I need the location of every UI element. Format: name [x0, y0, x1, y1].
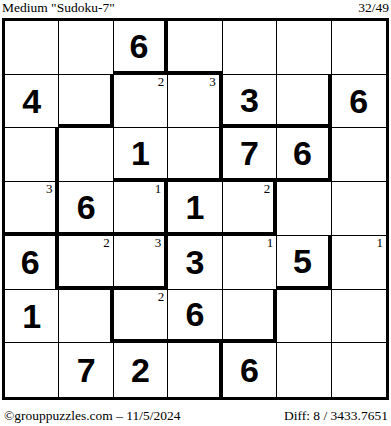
cell-r6c5[interactable] — [277, 343, 331, 397]
cell-r0c6[interactable] — [332, 21, 386, 75]
cell-value: 3 — [186, 245, 205, 279]
cell-value: 6 — [130, 29, 149, 63]
cell-value: 7 — [240, 136, 259, 170]
cell-r1c0[interactable]: 4 — [5, 75, 59, 129]
cell-value: 1 — [22, 299, 41, 333]
cell-r2c1[interactable] — [59, 128, 113, 182]
cell-r3c0[interactable]: 3 — [5, 182, 59, 236]
cell-r5c4[interactable] — [223, 290, 277, 344]
cell-r0c4[interactable] — [223, 21, 277, 75]
pencil-mark: 2 — [158, 75, 165, 89]
pencil-mark: 2 — [264, 182, 271, 196]
cell-r5c6[interactable] — [332, 290, 386, 344]
cell-r4c4[interactable]: 1 — [223, 236, 277, 290]
cell-r6c3[interactable] — [168, 343, 222, 397]
cell-value: 2 — [131, 353, 150, 387]
sudoku-board: 642336176361126233151126726 — [2, 18, 389, 400]
cell-r5c2[interactable]: 2 — [114, 290, 168, 344]
cell-r2c6[interactable] — [332, 128, 386, 182]
cell-r1c1[interactable] — [59, 75, 113, 129]
cell-value: 1 — [131, 136, 150, 170]
footer: ©grouppuzzles.com – 11/5/2024 Diff: 8 / … — [4, 407, 388, 423]
cell-r3c2[interactable]: 1 — [114, 182, 168, 236]
pencil-mark: 2 — [158, 290, 165, 304]
cell-r0c3[interactable] — [168, 21, 222, 75]
pencil-mark: 3 — [209, 75, 216, 89]
cell-r3c3[interactable]: 1 — [168, 182, 222, 236]
puzzle-title: Medium "Sudoku-7" — [2, 0, 115, 15]
cell-r6c4[interactable]: 6 — [223, 343, 277, 397]
cell-r6c0[interactable] — [5, 343, 59, 397]
pencil-mark: 1 — [376, 236, 383, 250]
cell-value: 6 — [186, 297, 205, 331]
cell-value: 7 — [77, 353, 96, 387]
cell-r5c5[interactable] — [277, 290, 331, 344]
cell-r4c3[interactable]: 3 — [168, 236, 222, 290]
cell-r2c4[interactable]: 7 — [223, 128, 277, 182]
pencil-mark: 3 — [155, 236, 162, 250]
progress-counter: 32/49 — [358, 0, 389, 15]
pencil-mark: 1 — [155, 182, 162, 196]
cell-value: 6 — [77, 190, 96, 224]
cell-r4c0[interactable]: 6 — [5, 236, 59, 290]
cell-r3c6[interactable] — [332, 182, 386, 236]
cell-value: 1 — [186, 190, 205, 224]
cell-r0c2[interactable]: 6 — [114, 21, 168, 75]
cell-r2c3[interactable] — [168, 128, 222, 182]
cell-r6c6[interactable] — [332, 343, 386, 397]
cell-r4c6[interactable]: 1 — [332, 236, 386, 290]
cell-value: 6 — [293, 136, 312, 170]
cell-r1c6[interactable]: 6 — [332, 75, 386, 129]
copyright-date: ©grouppuzzles.com – 11/5/2024 — [4, 408, 181, 423]
cell-value: 3 — [240, 83, 259, 117]
cell-r2c2[interactable]: 1 — [114, 128, 168, 182]
cell-r4c2[interactable]: 3 — [114, 236, 168, 290]
pencil-mark: 1 — [267, 236, 274, 250]
cell-r3c5[interactable] — [277, 182, 331, 236]
pencil-mark: 2 — [103, 236, 110, 250]
cell-r5c0[interactable]: 1 — [5, 290, 59, 344]
cell-r1c2[interactable]: 2 — [114, 75, 168, 129]
cell-r2c0[interactable] — [5, 128, 59, 182]
header: Medium "Sudoku-7" 32/49 — [2, 0, 389, 16]
cell-r0c5[interactable] — [277, 21, 331, 75]
cell-r0c1[interactable] — [59, 21, 113, 75]
cell-value: 6 — [21, 245, 40, 279]
cell-r6c2[interactable]: 2 — [114, 343, 168, 397]
cell-r5c1[interactable] — [59, 290, 113, 344]
cell-value: 6 — [240, 353, 259, 387]
cell-r1c3[interactable]: 3 — [168, 75, 222, 129]
cell-r1c5[interactable] — [277, 75, 331, 129]
cell-value: 5 — [293, 244, 312, 278]
cell-value: 4 — [22, 84, 41, 118]
cell-r1c4[interactable]: 3 — [223, 75, 277, 129]
cell-value: 6 — [349, 84, 368, 118]
difficulty-rating: Diff: 8 / 3433.7651 — [284, 408, 388, 423]
cell-r0c0[interactable] — [5, 21, 59, 75]
cell-r4c5[interactable]: 5 — [277, 236, 331, 290]
cell-r6c1[interactable]: 7 — [59, 343, 113, 397]
cell-r2c5[interactable]: 6 — [277, 128, 331, 182]
cell-r5c3[interactable]: 6 — [168, 290, 222, 344]
cell-r3c1[interactable]: 6 — [59, 182, 113, 236]
cell-r3c4[interactable]: 2 — [223, 182, 277, 236]
pencil-mark: 3 — [46, 182, 53, 196]
cell-r4c1[interactable]: 2 — [59, 236, 113, 290]
